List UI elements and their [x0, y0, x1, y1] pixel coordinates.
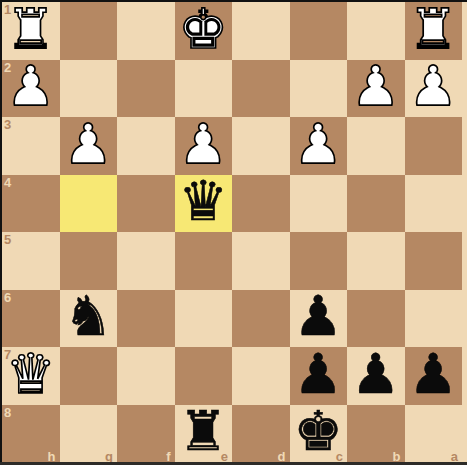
rank-label-6: 6 [4, 291, 11, 304]
white-pawn[interactable]: ♟ [179, 117, 228, 172]
square-d3[interactable] [232, 117, 290, 175]
rank-label-3: 3 [4, 118, 11, 131]
square-b3[interactable] [347, 117, 405, 175]
square-b8[interactable]: b [347, 405, 405, 463]
white-king[interactable]: ♚ [179, 2, 228, 57]
square-c2[interactable] [290, 60, 348, 118]
square-g3[interactable]: ♟ [60, 117, 118, 175]
square-e1[interactable]: ♚ [175, 2, 233, 60]
square-f5[interactable] [117, 232, 175, 290]
white-rook[interactable]: ♜ [409, 2, 458, 57]
square-b4[interactable] [347, 175, 405, 233]
white-queen[interactable]: ♛ [6, 347, 55, 402]
square-h7[interactable]: 7♛ [2, 347, 60, 405]
square-e8[interactable]: e♜ [175, 405, 233, 463]
square-a5[interactable] [405, 232, 463, 290]
square-h5[interactable]: 5 [2, 232, 60, 290]
square-f8[interactable]: f [117, 405, 175, 463]
square-d4[interactable] [232, 175, 290, 233]
square-e7[interactable] [175, 347, 233, 405]
square-c1[interactable] [290, 2, 348, 60]
black-pawn[interactable]: ♟ [294, 289, 343, 344]
square-c5[interactable] [290, 232, 348, 290]
square-e6[interactable] [175, 290, 233, 348]
square-a1[interactable]: ♜ [405, 2, 463, 60]
square-h1[interactable]: 1♜ [2, 2, 60, 60]
square-f4[interactable] [117, 175, 175, 233]
square-b1[interactable] [347, 2, 405, 60]
white-pawn[interactable]: ♟ [409, 59, 458, 114]
square-c8[interactable]: c♚ [290, 405, 348, 463]
square-g6[interactable]: ♞ [60, 290, 118, 348]
square-c3[interactable]: ♟ [290, 117, 348, 175]
black-queen[interactable]: ♛ [179, 174, 228, 229]
square-f6[interactable] [117, 290, 175, 348]
square-g1[interactable] [60, 2, 118, 60]
square-c7[interactable]: ♟ [290, 347, 348, 405]
square-f7[interactable] [117, 347, 175, 405]
black-pawn[interactable]: ♟ [351, 347, 400, 402]
chess-board: 1♜♚♜2♟♟♟3♟♟♟4♛56♞♟7♛♟♟♟8hgfe♜dc♚ba [2, 2, 462, 462]
square-e3[interactable]: ♟ [175, 117, 233, 175]
square-g4[interactable] [60, 175, 118, 233]
square-b6[interactable] [347, 290, 405, 348]
square-d8[interactable]: d [232, 405, 290, 463]
square-a4[interactable] [405, 175, 463, 233]
black-pawn[interactable]: ♟ [409, 347, 458, 402]
square-d2[interactable] [232, 60, 290, 118]
square-a6[interactable] [405, 290, 463, 348]
square-d7[interactable] [232, 347, 290, 405]
square-g5[interactable] [60, 232, 118, 290]
square-h6[interactable]: 6 [2, 290, 60, 348]
square-b2[interactable]: ♟ [347, 60, 405, 118]
board-left-border [0, 0, 2, 462]
square-g8[interactable]: g [60, 405, 118, 463]
square-f1[interactable] [117, 2, 175, 60]
square-e5[interactable] [175, 232, 233, 290]
square-h8[interactable]: 8h [2, 405, 60, 463]
board-container: 1♜♚♜2♟♟♟3♟♟♟4♛56♞♟7♛♟♟♟8hgfe♜dc♚ba [0, 0, 467, 465]
square-h2[interactable]: 2♟ [2, 60, 60, 118]
black-knight[interactable]: ♞ [64, 289, 113, 344]
square-d6[interactable] [232, 290, 290, 348]
square-a3[interactable] [405, 117, 463, 175]
black-pawn[interactable]: ♟ [294, 347, 343, 402]
square-f2[interactable] [117, 60, 175, 118]
square-f3[interactable] [117, 117, 175, 175]
square-a2[interactable]: ♟ [405, 60, 463, 118]
square-c6[interactable]: ♟ [290, 290, 348, 348]
square-a7[interactable]: ♟ [405, 347, 463, 405]
square-c4[interactable] [290, 175, 348, 233]
square-h3[interactable]: 3 [2, 117, 60, 175]
black-rook[interactable]: ♜ [179, 404, 228, 459]
square-g7[interactable] [60, 347, 118, 405]
white-pawn[interactable]: ♟ [6, 59, 55, 114]
black-king[interactable]: ♚ [294, 404, 343, 459]
white-pawn[interactable]: ♟ [64, 117, 113, 172]
square-g2[interactable] [60, 60, 118, 118]
rank-label-4: 4 [4, 176, 11, 189]
white-pawn[interactable]: ♟ [351, 59, 400, 114]
square-d5[interactable] [232, 232, 290, 290]
square-e4[interactable]: ♛ [175, 175, 233, 233]
square-e2[interactable] [175, 60, 233, 118]
rank-label-5: 5 [4, 233, 11, 246]
square-h4[interactable]: 4 [2, 175, 60, 233]
white-rook[interactable]: ♜ [6, 2, 55, 57]
square-b5[interactable] [347, 232, 405, 290]
rank-label-8: 8 [4, 406, 11, 419]
square-d1[interactable] [232, 2, 290, 60]
white-pawn[interactable]: ♟ [294, 117, 343, 172]
square-a8[interactable]: a [405, 405, 463, 463]
square-b7[interactable]: ♟ [347, 347, 405, 405]
board-top-border [0, 0, 467, 2]
